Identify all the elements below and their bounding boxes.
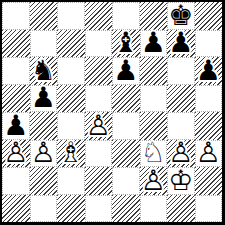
piece-fill: ♟ [2,140,30,168]
square-f5[interactable] [140,85,168,113]
piece-halo: ♚ [167,2,195,30]
square-e4[interactable] [112,112,140,140]
square-a8[interactable] [2,2,30,30]
piece-fill: ♟ [140,167,168,195]
piece-black-pawn[interactable]: ♟ [140,30,168,58]
square-f1[interactable] [140,195,168,223]
piece-white-pawn[interactable]: ♙ [140,167,168,195]
square-c8[interactable] [57,2,85,30]
square-b2[interactable] [30,167,58,195]
piece-black-king[interactable]: ♚ [167,2,195,30]
piece-halo: ♟ [2,140,30,168]
square-e3[interactable] [112,140,140,168]
piece-halo: ♟ [140,167,168,195]
square-b3[interactable]: ♟♟♙ [30,140,58,168]
square-b7[interactable] [30,30,58,58]
square-h3[interactable]: ♟♟♙ [195,140,223,168]
square-g4[interactable] [167,112,195,140]
piece-halo: ♞ [140,140,168,168]
piece-fill: ♟ [167,140,195,168]
piece-fill: ♝ [57,140,85,168]
square-d3[interactable] [85,140,113,168]
piece-black-pawn[interactable]: ♟ [167,30,195,58]
chess-board: ♚♚♝♝♟♟♟♟♞♞♟♟♟♟♟♟♟♟♟♟♙♟♟♙♟♟♙♝♝♗♞♞♘♟♟♙♟♟♙♟… [0,0,225,225]
square-b1[interactable] [30,195,58,223]
square-d1[interactable] [85,195,113,223]
piece-halo: ♟ [195,140,223,168]
piece-white-bishop[interactable]: ♗ [57,140,85,168]
piece-fill: ♟ [85,112,113,140]
square-d6[interactable] [85,57,113,85]
square-c4[interactable] [57,112,85,140]
square-f4[interactable] [140,112,168,140]
square-b6[interactable]: ♞♞ [30,57,58,85]
square-g8[interactable]: ♚♚ [167,2,195,30]
piece-white-pawn[interactable]: ♙ [2,140,30,168]
square-a1[interactable] [2,195,30,223]
square-f7[interactable]: ♟♟ [140,30,168,58]
square-a2[interactable] [2,167,30,195]
piece-black-pawn[interactable]: ♟ [195,57,223,85]
piece-halo: ♝ [57,140,85,168]
piece-halo: ♟ [140,30,168,58]
square-h2[interactable] [195,167,223,195]
square-a3[interactable]: ♟♟♙ [2,140,30,168]
square-a5[interactable] [2,85,30,113]
piece-halo: ♟ [2,112,30,140]
piece-fill: ♚ [167,167,195,195]
piece-black-pawn[interactable]: ♟ [2,112,30,140]
piece-halo: ♟ [167,140,195,168]
piece-halo: ♟ [85,112,113,140]
square-e8[interactable] [112,2,140,30]
square-h7[interactable] [195,30,223,58]
square-g6[interactable] [167,57,195,85]
square-g2[interactable]: ♚♚♔ [167,167,195,195]
square-e6[interactable]: ♟♟ [112,57,140,85]
square-b4[interactable] [30,112,58,140]
piece-halo: ♝ [112,30,140,58]
piece-fill: ♟ [30,140,58,168]
square-c2[interactable] [57,167,85,195]
piece-halo: ♟ [195,57,223,85]
piece-fill: ♟ [195,140,223,168]
piece-halo: ♟ [30,85,58,113]
square-h5[interactable] [195,85,223,113]
square-a4[interactable]: ♟♟ [2,112,30,140]
piece-halo: ♟ [30,140,58,168]
square-c5[interactable] [57,85,85,113]
square-d8[interactable] [85,2,113,30]
square-e7[interactable]: ♝♝ [112,30,140,58]
square-f3[interactable]: ♞♞♘ [140,140,168,168]
square-a7[interactable] [2,30,30,58]
piece-black-pawn[interactable]: ♟ [112,57,140,85]
square-f6[interactable] [140,57,168,85]
square-h6[interactable]: ♟♟ [195,57,223,85]
piece-halo: ♟ [112,57,140,85]
piece-black-knight[interactable]: ♞ [30,57,58,85]
square-h4[interactable] [195,112,223,140]
square-d7[interactable] [85,30,113,58]
square-c3[interactable]: ♝♝♗ [57,140,85,168]
square-b5[interactable]: ♟♟ [30,85,58,113]
square-g5[interactable] [167,85,195,113]
piece-white-pawn[interactable]: ♙ [30,140,58,168]
square-e5[interactable] [112,85,140,113]
square-g1[interactable] [167,195,195,223]
square-d2[interactable] [85,167,113,195]
piece-fill: ♞ [140,140,168,168]
piece-halo: ♚ [167,167,195,195]
square-h8[interactable] [195,2,223,30]
piece-white-pawn[interactable]: ♙ [167,140,195,168]
square-a6[interactable] [2,57,30,85]
piece-halo: ♟ [167,30,195,58]
piece-black-bishop[interactable]: ♝ [112,30,140,58]
piece-halo: ♞ [30,57,58,85]
square-e2[interactable] [112,167,140,195]
square-f8[interactable] [140,2,168,30]
square-c6[interactable] [57,57,85,85]
square-g3[interactable]: ♟♟♙ [167,140,195,168]
square-e1[interactable] [112,195,140,223]
piece-black-pawn[interactable]: ♟ [30,85,58,113]
square-d5[interactable] [85,85,113,113]
piece-white-pawn[interactable]: ♙ [85,112,113,140]
square-c7[interactable] [57,30,85,58]
square-f2[interactable]: ♟♟♙ [140,167,168,195]
square-c1[interactable] [57,195,85,223]
piece-white-knight[interactable]: ♘ [140,140,168,168]
piece-white-king[interactable]: ♔ [167,167,195,195]
square-g7[interactable]: ♟♟ [167,30,195,58]
square-b8[interactable] [30,2,58,30]
piece-white-pawn[interactable]: ♙ [195,140,223,168]
square-h1[interactable] [195,195,223,223]
square-d4[interactable]: ♟♟♙ [85,112,113,140]
